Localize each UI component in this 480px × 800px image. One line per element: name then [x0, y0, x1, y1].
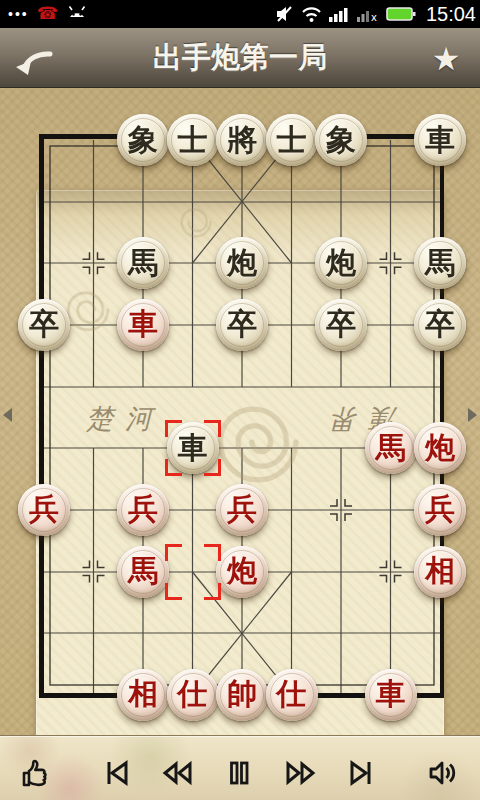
wifi-icon — [301, 6, 322, 22]
back-button[interactable] — [12, 40, 56, 78]
piece-red-advisor[interactable]: 仕 — [266, 669, 318, 721]
skip-to-end-button[interactable] — [339, 740, 383, 796]
xiangqi-app: { "game": "xiangqi (Chinese chess)", "st… — [0, 0, 480, 800]
piece-red-elephant[interactable]: 相 — [117, 669, 169, 721]
title-bar: 出手炮第一局 ★ — [0, 28, 480, 88]
xiangqi-board[interactable]: 楚河 漢界 — [36, 102, 444, 728]
skip-to-start-button[interactable] — [95, 740, 139, 796]
skip-end-icon — [343, 755, 379, 791]
piece-black-cannon[interactable]: 炮 — [216, 237, 268, 289]
piece-red-pawn[interactable]: 兵 — [18, 484, 70, 536]
piece-black-horse[interactable]: 馬 — [414, 237, 466, 289]
piece-black-general[interactable]: 將 — [216, 114, 268, 166]
piece-red-cannon[interactable]: 炮 — [216, 546, 268, 598]
piece-black-horse[interactable]: 馬 — [117, 237, 169, 289]
piece-black-pawn[interactable]: 卒 — [414, 299, 466, 351]
piece-black-elephant[interactable]: 象 — [117, 114, 169, 166]
like-button[interactable] — [14, 740, 58, 796]
pause-icon — [221, 755, 257, 791]
piece-black-chariot[interactable]: 車 — [167, 422, 219, 474]
signal-icon — [328, 6, 350, 22]
piece-red-elephant[interactable]: 相 — [414, 546, 466, 598]
missed-call-icon: ☎ — [37, 0, 58, 28]
river-label-left: 楚河 — [86, 403, 164, 434]
piece-red-chariot[interactable]: 車 — [365, 669, 417, 721]
piece-black-pawn[interactable]: 卒 — [216, 299, 268, 351]
previous-page-arrow[interactable] — [3, 408, 12, 422]
mute-icon — [276, 6, 295, 22]
piece-red-pawn[interactable]: 兵 — [414, 484, 466, 536]
piece-black-pawn[interactable]: 卒 — [315, 299, 367, 351]
rewind-icon — [159, 755, 195, 791]
favorite-star-button[interactable]: ★ — [426, 39, 466, 79]
svg-text:x: x — [371, 12, 377, 22]
battery-icon — [386, 6, 416, 22]
piece-black-chariot[interactable]: 車 — [414, 114, 466, 166]
sound-button[interactable] — [423, 740, 467, 796]
thumb-up-icon — [18, 755, 54, 791]
piece-red-horse[interactable]: 馬 — [365, 422, 417, 474]
back-arrow-icon — [12, 40, 56, 78]
skip-start-icon — [99, 755, 135, 791]
piece-black-elephant[interactable]: 象 — [315, 114, 367, 166]
pause-button[interactable] — [217, 740, 261, 796]
android-debug-icon — [66, 4, 88, 24]
clock: 15:04 — [426, 3, 476, 26]
piece-black-pawn[interactable]: 卒 — [18, 299, 70, 351]
rewind-button[interactable] — [155, 740, 199, 796]
piece-red-chariot[interactable]: 車 — [117, 299, 169, 351]
next-page-arrow[interactable] — [468, 408, 477, 422]
status-bar: ••• ☎ x — [0, 0, 480, 28]
piece-red-advisor[interactable]: 仕 — [167, 669, 219, 721]
piece-red-cannon[interactable]: 炮 — [414, 422, 466, 474]
fast-forward-icon — [283, 755, 319, 791]
piece-red-horse[interactable]: 馬 — [117, 546, 169, 598]
fast-forward-button[interactable] — [279, 740, 323, 796]
piece-black-advisor[interactable]: 士 — [266, 114, 318, 166]
sim2-no-signal-icon: x — [356, 6, 380, 22]
piece-red-general[interactable]: 帥 — [216, 669, 268, 721]
piece-black-cannon[interactable]: 炮 — [315, 237, 367, 289]
piece-red-pawn[interactable]: 兵 — [216, 484, 268, 536]
piece-red-pawn[interactable]: 兵 — [117, 484, 169, 536]
speaker-icon — [427, 755, 463, 791]
piece-black-advisor[interactable]: 士 — [167, 114, 219, 166]
overflow-dots-icon: ••• — [8, 0, 29, 28]
page-title: 出手炮第一局 — [0, 38, 480, 78]
playback-toolbar — [0, 735, 480, 800]
